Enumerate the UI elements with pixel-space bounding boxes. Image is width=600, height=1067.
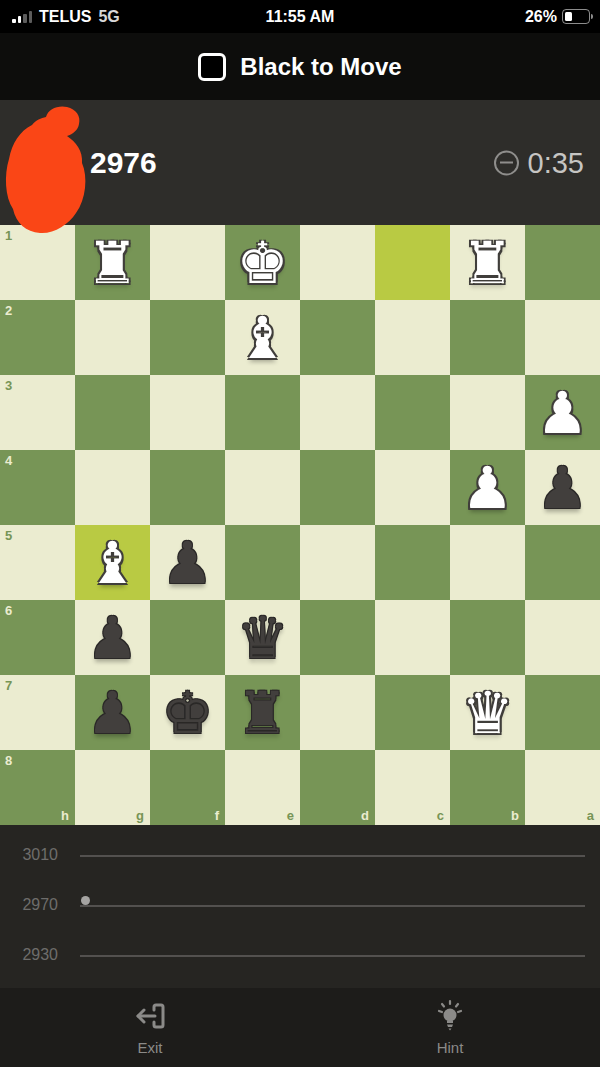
white-bishop[interactable]: ♝ — [225, 300, 300, 375]
rating-graph: 301029702930 — [0, 825, 600, 988]
file-label-c: c — [437, 808, 444, 823]
square-h4[interactable]: 4 — [0, 450, 75, 525]
white-pawn[interactable]: ♟ — [450, 450, 525, 525]
square-e3[interactable] — [225, 375, 300, 450]
square-g8[interactable]: g — [75, 750, 150, 825]
square-e1[interactable]: ♚ — [225, 225, 300, 300]
hint-button[interactable]: Hint — [300, 988, 600, 1067]
square-d6[interactable] — [300, 600, 375, 675]
rank-label-7: 7 — [5, 678, 12, 693]
square-e6[interactable]: ♛ — [225, 600, 300, 675]
rank-label-1: 1 — [5, 228, 12, 243]
square-e4[interactable] — [225, 450, 300, 525]
square-b8[interactable]: b — [450, 750, 525, 825]
square-a4[interactable]: ♟ — [525, 450, 600, 525]
square-b2[interactable] — [450, 300, 525, 375]
puzzle-screen: TELUS 5G 11:55 AM 26% Black to Move 2976… — [0, 0, 600, 1067]
square-b1[interactable]: ♜ — [450, 225, 525, 300]
black-pawn[interactable]: ♟ — [75, 600, 150, 675]
puzzle-rating: 2976 — [90, 146, 157, 180]
square-e7[interactable]: ♜ — [225, 675, 300, 750]
minus-circle-icon — [494, 150, 519, 175]
square-f3[interactable] — [150, 375, 225, 450]
hint-label: Hint — [437, 1039, 464, 1056]
square-f1[interactable] — [150, 225, 225, 300]
graph-tick-label: 2970 — [10, 896, 58, 914]
white-rook[interactable]: ♜ — [75, 225, 150, 300]
square-b6[interactable] — [450, 600, 525, 675]
square-e5[interactable] — [225, 525, 300, 600]
white-queen[interactable]: ♛ — [450, 675, 525, 750]
square-h5[interactable]: 5 — [0, 525, 75, 600]
square-d3[interactable] — [300, 375, 375, 450]
white-bishop[interactable]: ♝ — [75, 525, 150, 600]
square-f6[interactable] — [150, 600, 225, 675]
white-rook[interactable]: ♜ — [450, 225, 525, 300]
battery-percent: 26% — [525, 8, 557, 26]
square-b4[interactable]: ♟ — [450, 450, 525, 525]
square-c3[interactable] — [375, 375, 450, 450]
black-rook[interactable]: ♜ — [225, 675, 300, 750]
file-label-d: d — [361, 808, 369, 823]
rank-label-8: 8 — [5, 753, 12, 768]
exit-icon — [133, 999, 167, 1033]
graph-tick-label: 3010 — [10, 846, 58, 864]
carrier-label: TELUS — [39, 8, 91, 26]
square-c2[interactable] — [375, 300, 450, 375]
hint-icon — [433, 999, 467, 1033]
square-c5[interactable] — [375, 525, 450, 600]
square-h1[interactable]: 1 — [0, 225, 75, 300]
square-g7[interactable]: ♟ — [75, 675, 150, 750]
graph-gridline — [80, 905, 585, 907]
graph-gridline-row: 2970 — [0, 880, 600, 930]
timer-value: 0:35 — [528, 146, 584, 179]
square-e8[interactable]: e — [225, 750, 300, 825]
square-c1[interactable] — [375, 225, 450, 300]
rank-label-5: 5 — [5, 528, 12, 543]
square-a1[interactable] — [525, 225, 600, 300]
page-title: Black to Move — [240, 53, 401, 81]
square-h7[interactable]: 7 — [0, 675, 75, 750]
bottom-nav: Exit Hint — [0, 988, 600, 1067]
square-h8[interactable]: 8h — [0, 750, 75, 825]
white-king[interactable]: ♚ — [225, 225, 300, 300]
square-e2[interactable]: ♝ — [225, 300, 300, 375]
timer: 0:35 — [494, 146, 584, 179]
square-g4[interactable] — [75, 450, 150, 525]
graph-gridline-row: 3010 — [0, 830, 600, 880]
square-a6[interactable] — [525, 600, 600, 675]
graph-tick-label: 2930 — [10, 946, 58, 964]
square-c6[interactable] — [375, 600, 450, 675]
square-b5[interactable] — [450, 525, 525, 600]
square-f5[interactable]: ♟ — [150, 525, 225, 600]
white-pawn[interactable]: ♟ — [525, 375, 600, 450]
square-d8[interactable]: d — [300, 750, 375, 825]
square-f4[interactable] — [150, 450, 225, 525]
file-label-g: g — [136, 808, 144, 823]
square-f8[interactable]: f — [150, 750, 225, 825]
file-label-e: e — [287, 808, 294, 823]
rank-label-6: 6 — [5, 603, 12, 618]
square-a2[interactable] — [525, 300, 600, 375]
square-d1[interactable] — [300, 225, 375, 300]
square-f2[interactable] — [150, 300, 225, 375]
square-c7[interactable] — [375, 675, 450, 750]
file-label-a: a — [587, 808, 594, 823]
signal-strength-icon — [12, 11, 32, 23]
square-c4[interactable] — [375, 450, 450, 525]
graph-gridline — [80, 855, 585, 857]
square-a8[interactable]: a — [525, 750, 600, 825]
black-pawn[interactable]: ♟ — [75, 675, 150, 750]
square-b7[interactable]: ♛ — [450, 675, 525, 750]
rank-label-3: 3 — [5, 378, 12, 393]
square-h6[interactable]: 6 — [0, 600, 75, 675]
graph-gridline-row: 2930 — [0, 930, 600, 980]
square-d4[interactable] — [300, 450, 375, 525]
square-d5[interactable] — [300, 525, 375, 600]
move-indicator-bar: Black to Move — [0, 33, 600, 100]
square-h3[interactable]: 3 — [0, 375, 75, 450]
rank-label-4: 4 — [5, 453, 12, 468]
square-g3[interactable] — [75, 375, 150, 450]
black-queen[interactable]: ♛ — [225, 600, 300, 675]
status-bar: TELUS 5G 11:55 AM 26% — [0, 0, 600, 33]
square-d7[interactable] — [300, 675, 375, 750]
chess-board: 1♜♚♜2♝3♟4♟♟5♝♟6♟♛7♟♚♜♛8hgfedcba — [0, 225, 600, 825]
square-a7[interactable] — [525, 675, 600, 750]
square-d2[interactable] — [300, 300, 375, 375]
network-label: 5G — [98, 8, 119, 26]
exit-label: Exit — [137, 1039, 162, 1056]
black-king[interactable]: ♚ — [150, 675, 225, 750]
square-h2[interactable]: 2 — [0, 300, 75, 375]
square-a3[interactable]: ♟ — [525, 375, 600, 450]
player-bar: 2976 0:35 — [0, 100, 600, 225]
graph-gridline — [80, 955, 585, 957]
exit-button[interactable]: Exit — [0, 988, 300, 1067]
black-pawn[interactable]: ♟ — [150, 525, 225, 600]
square-g1[interactable]: ♜ — [75, 225, 150, 300]
file-label-b: b — [511, 808, 519, 823]
file-label-f: f — [215, 808, 219, 823]
black-pawn[interactable]: ♟ — [525, 450, 600, 525]
square-g5[interactable]: ♝ — [75, 525, 150, 600]
square-g6[interactable]: ♟ — [75, 600, 150, 675]
square-f7[interactable]: ♚ — [150, 675, 225, 750]
square-b3[interactable] — [450, 375, 525, 450]
square-g2[interactable] — [75, 300, 150, 375]
file-label-h: h — [61, 808, 69, 823]
black-to-move-icon — [198, 53, 226, 81]
rank-label-2: 2 — [5, 303, 12, 318]
battery-icon — [562, 9, 590, 24]
square-c8[interactable]: c — [375, 750, 450, 825]
square-a5[interactable] — [525, 525, 600, 600]
